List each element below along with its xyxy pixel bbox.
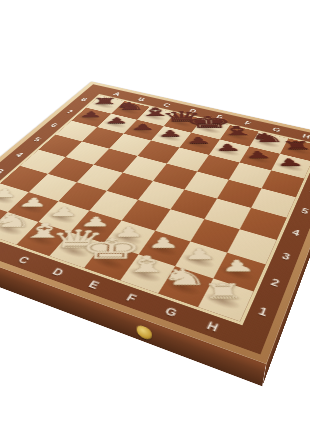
brass-clasp-icon	[136, 324, 151, 342]
rank-label-right-1: 1	[253, 295, 273, 328]
pawn-glyph: ♟	[250, 157, 310, 167]
square-f2: ♟	[139, 231, 191, 266]
bishop-glyph: ♝	[98, 253, 195, 276]
square-e4	[138, 181, 184, 209]
pawn-glyph: ♟	[117, 236, 210, 250]
square-e3	[122, 200, 171, 231]
square-g4	[204, 199, 251, 230]
square-b2: ♟	[8, 192, 59, 222]
square-f3	[155, 209, 204, 241]
king-glyph: ♚	[62, 235, 157, 264]
square-c2: ♟	[38, 201, 89, 232]
square-f4	[171, 190, 218, 219]
photo-scene: ABCDEFGH ABCDEFGH 87654321 87654321 ♜♞♝♛…	[0, 0, 310, 430]
rook-glyph: ♜	[0, 205, 27, 220]
chess-board: ABCDEFGH ABCDEFGH 87654321 87654321 ♜♞♝♛…	[0, 82, 310, 364]
